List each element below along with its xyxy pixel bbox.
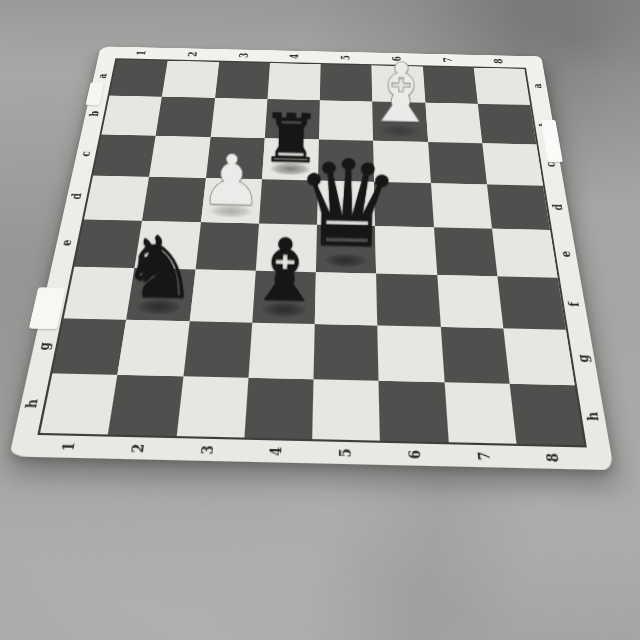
board-grid: ♝♜♟♛♞♝ xyxy=(37,58,587,447)
square-g3[interactable] xyxy=(183,321,252,378)
square-e7[interactable] xyxy=(434,227,498,276)
square-g4[interactable] xyxy=(248,322,315,379)
chessboard: 12345678 12345678 abcdefgh abcdefgh ♝♜♟♛… xyxy=(9,46,614,470)
square-f5[interactable] xyxy=(315,272,378,325)
square-d7[interactable] xyxy=(430,183,491,229)
square-h4[interactable] xyxy=(244,378,313,440)
black-bishop-f4[interactable]: ♝ xyxy=(245,227,324,314)
white-pawn-d3[interactable]: ♟ xyxy=(199,145,263,216)
square-c7[interactable] xyxy=(428,142,487,185)
square-g1[interactable] xyxy=(52,318,126,375)
square-h7[interactable] xyxy=(444,382,516,444)
square-a4[interactable] xyxy=(267,63,320,100)
square-f6[interactable] xyxy=(376,274,440,327)
square-a3[interactable] xyxy=(215,62,270,99)
board-scene: 12345678 12345678 abcdefgh abcdefgh ♝♜♟♛… xyxy=(0,0,640,640)
square-h3[interactable] xyxy=(176,376,248,437)
square-h8[interactable] xyxy=(509,383,584,445)
square-h6[interactable] xyxy=(379,381,448,443)
square-a1[interactable] xyxy=(109,60,167,97)
square-e5[interactable]: ♛ xyxy=(316,225,376,274)
square-g6[interactable] xyxy=(378,325,445,382)
square-c8[interactable] xyxy=(482,143,543,186)
square-a2[interactable] xyxy=(162,61,219,98)
square-f7[interactable] xyxy=(437,275,503,328)
square-g8[interactable] xyxy=(503,328,575,385)
square-g2[interactable] xyxy=(118,319,190,376)
square-a8[interactable] xyxy=(473,68,530,106)
square-g7[interactable] xyxy=(440,326,509,383)
square-d8[interactable] xyxy=(487,184,550,230)
square-b1[interactable] xyxy=(102,96,163,136)
square-f2[interactable]: ♞ xyxy=(126,268,195,321)
photo-background: 12345678 12345678 abcdefgh abcdefgh ♝♜♟♛… xyxy=(0,0,640,640)
square-b8[interactable] xyxy=(478,104,537,144)
square-b2[interactable] xyxy=(156,97,215,137)
square-b3[interactable] xyxy=(210,98,267,138)
square-d3[interactable]: ♟ xyxy=(200,178,261,224)
white-bishop-b6[interactable]: ♝ xyxy=(364,52,439,135)
square-c1[interactable] xyxy=(93,134,156,176)
square-h2[interactable] xyxy=(108,375,183,436)
square-e8[interactable] xyxy=(492,229,558,278)
black-knight-f2[interactable]: ♞ xyxy=(121,225,200,312)
square-d2[interactable] xyxy=(142,177,205,222)
square-g5[interactable] xyxy=(314,324,379,381)
square-f4[interactable]: ♝ xyxy=(252,271,316,324)
square-h5[interactable] xyxy=(312,379,380,441)
square-f8[interactable] xyxy=(497,276,566,329)
square-d1[interactable] xyxy=(84,175,149,220)
square-h1[interactable] xyxy=(40,373,118,434)
